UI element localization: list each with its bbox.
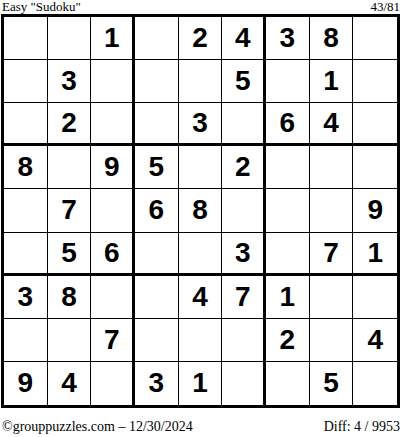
- cell-r9c1[interactable]: 9: [4, 362, 48, 405]
- cell-r2c1[interactable]: [4, 60, 48, 103]
- cell-r5c1[interactable]: [4, 189, 48, 232]
- cell-r7c1[interactable]: 3: [4, 276, 48, 319]
- cell-r5c9[interactable]: 9: [353, 189, 397, 232]
- cell-r5c5[interactable]: 8: [179, 189, 223, 232]
- cell-r3c1[interactable]: [4, 103, 48, 146]
- cell-r1c7[interactable]: 3: [266, 17, 310, 60]
- sudoku-board: 12438351236489527689563713847172494315: [1, 14, 400, 408]
- cell-r9c4[interactable]: 3: [135, 362, 179, 405]
- cell-r6c3[interactable]: 6: [91, 233, 135, 276]
- cell-r4c1[interactable]: 8: [4, 146, 48, 189]
- cell-r8c1[interactable]: [4, 319, 48, 362]
- cell-r3c9[interactable]: [353, 103, 397, 146]
- cell-r8c5[interactable]: [179, 319, 223, 362]
- puzzle-page: Easy "Sudoku" 43/81 12438351236489527689…: [0, 0, 402, 437]
- cell-r5c6[interactable]: [222, 189, 266, 232]
- cell-r7c7[interactable]: 1: [266, 276, 310, 319]
- footer: ©grouppuzzles.com – 12/30/2024 Diff: 4 /…: [0, 419, 402, 434]
- cell-r2c6[interactable]: 5: [222, 60, 266, 103]
- copyright-text: ©grouppuzzles.com – 12/30/2024: [2, 419, 193, 434]
- cell-r7c6[interactable]: 7: [222, 276, 266, 319]
- header: Easy "Sudoku" 43/81: [0, 0, 402, 14]
- cell-r6c1[interactable]: [4, 233, 48, 276]
- cell-r1c1[interactable]: [4, 17, 48, 60]
- cell-r3c4[interactable]: [135, 103, 179, 146]
- cell-r1c2[interactable]: [48, 17, 92, 60]
- cell-r3c6[interactable]: [222, 103, 266, 146]
- difficulty-text: Diff: 4 / 9953: [324, 419, 400, 434]
- cell-r1c6[interactable]: 4: [222, 17, 266, 60]
- cell-r3c5[interactable]: 3: [179, 103, 223, 146]
- cell-r2c4[interactable]: [135, 60, 179, 103]
- cell-r6c2[interactable]: 5: [48, 233, 92, 276]
- puzzle-title: Easy "Sudoku": [2, 0, 81, 13]
- cell-r6c8[interactable]: 7: [310, 233, 354, 276]
- cell-r9c9[interactable]: [353, 362, 397, 405]
- progress-counter: 43/81: [370, 0, 400, 13]
- cell-r3c7[interactable]: 6: [266, 103, 310, 146]
- cell-r9c5[interactable]: 1: [179, 362, 223, 405]
- cell-r7c8[interactable]: [310, 276, 354, 319]
- cell-r1c5[interactable]: 2: [179, 17, 223, 60]
- cell-r2c7[interactable]: [266, 60, 310, 103]
- cell-r6c6[interactable]: 3: [222, 233, 266, 276]
- cell-r9c2[interactable]: 4: [48, 362, 92, 405]
- cell-r2c2[interactable]: 3: [48, 60, 92, 103]
- cell-r4c5[interactable]: [179, 146, 223, 189]
- cell-r3c3[interactable]: [91, 103, 135, 146]
- cell-r7c4[interactable]: [135, 276, 179, 319]
- cell-r1c9[interactable]: [353, 17, 397, 60]
- cell-r6c4[interactable]: [135, 233, 179, 276]
- cell-r4c4[interactable]: 5: [135, 146, 179, 189]
- cell-r6c5[interactable]: [179, 233, 223, 276]
- cell-r8c2[interactable]: [48, 319, 92, 362]
- cell-r7c9[interactable]: [353, 276, 397, 319]
- cell-r9c6[interactable]: [222, 362, 266, 405]
- cell-r2c8[interactable]: 1: [310, 60, 354, 103]
- cell-r2c5[interactable]: [179, 60, 223, 103]
- cell-r8c3[interactable]: 7: [91, 319, 135, 362]
- cell-r8c4[interactable]: [135, 319, 179, 362]
- cell-r4c2[interactable]: [48, 146, 92, 189]
- cell-r6c9[interactable]: 1: [353, 233, 397, 276]
- cell-r5c8[interactable]: [310, 189, 354, 232]
- cell-r8c8[interactable]: [310, 319, 354, 362]
- cell-r1c4[interactable]: [135, 17, 179, 60]
- cell-r4c9[interactable]: [353, 146, 397, 189]
- cell-r2c9[interactable]: [353, 60, 397, 103]
- cell-r4c7[interactable]: [266, 146, 310, 189]
- cell-r3c2[interactable]: 2: [48, 103, 92, 146]
- cell-r9c8[interactable]: 5: [310, 362, 354, 405]
- cell-r7c3[interactable]: [91, 276, 135, 319]
- cell-r1c8[interactable]: 8: [310, 17, 354, 60]
- cell-r5c7[interactable]: [266, 189, 310, 232]
- cell-r8c9[interactable]: 4: [353, 319, 397, 362]
- cell-r2c3[interactable]: [91, 60, 135, 103]
- cell-r7c2[interactable]: 8: [48, 276, 92, 319]
- cell-r5c3[interactable]: [91, 189, 135, 232]
- cell-r4c3[interactable]: 9: [91, 146, 135, 189]
- cell-r3c8[interactable]: 4: [310, 103, 354, 146]
- cell-r4c8[interactable]: [310, 146, 354, 189]
- cell-r6c7[interactable]: [266, 233, 310, 276]
- cell-r8c7[interactable]: 2: [266, 319, 310, 362]
- cell-r4c6[interactable]: 2: [222, 146, 266, 189]
- cell-r5c2[interactable]: 7: [48, 189, 92, 232]
- cell-r9c3[interactable]: [91, 362, 135, 405]
- cell-r7c5[interactable]: 4: [179, 276, 223, 319]
- cell-r9c7[interactable]: [266, 362, 310, 405]
- cell-r1c3[interactable]: 1: [91, 17, 135, 60]
- cell-r8c6[interactable]: [222, 319, 266, 362]
- cell-r5c4[interactable]: 6: [135, 189, 179, 232]
